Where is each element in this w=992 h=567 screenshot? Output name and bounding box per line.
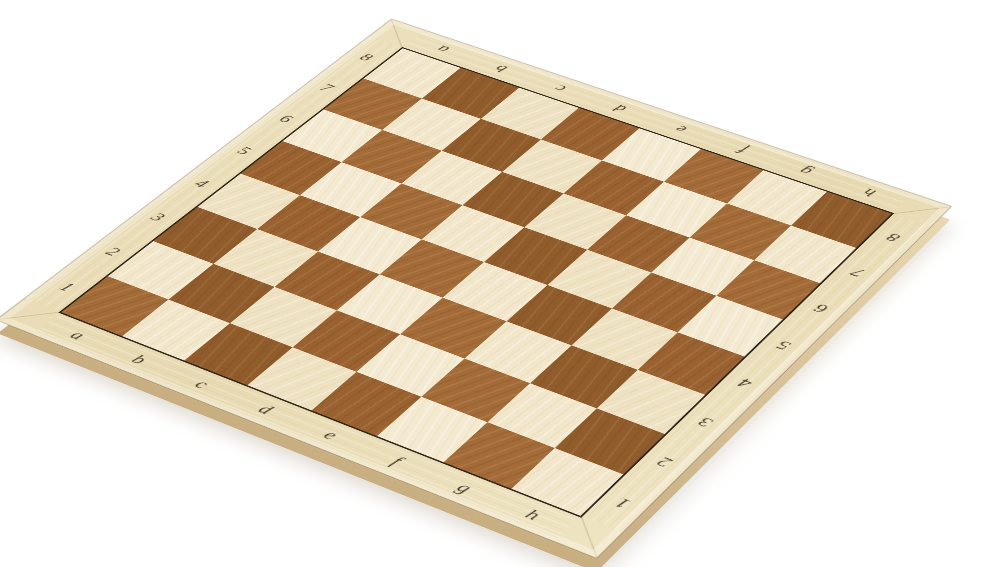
product-photo-stage: abcdefgh abcdefgh 87654321 87654321 [0,0,992,567]
playing-field [58,47,894,518]
frame-miter-joint [0,312,62,320]
page-background: { "game": "chess", "board_type": "empty … [0,0,992,567]
board-top-face: abcdefgh abcdefgh 87654321 87654321 [0,19,951,558]
frame-miter-joint [580,516,597,559]
frame-miter-joint [391,19,403,48]
frame-miter-joint [891,206,952,214]
chessboard: abcdefgh abcdefgh 87654321 87654321 [0,19,951,558]
